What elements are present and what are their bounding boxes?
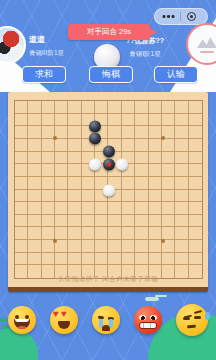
emote-smug-button[interactable] bbox=[176, 304, 208, 336]
emote-angry-button[interactable] bbox=[134, 306, 162, 334]
placeholder-caption-line bbox=[200, 51, 214, 53]
player-right-avatar[interactable] bbox=[186, 23, 216, 65]
turn-banner: 对手回合 29s bbox=[68, 24, 150, 40]
capsule-divider bbox=[180, 12, 181, 21]
star-point bbox=[53, 239, 57, 243]
star-point bbox=[161, 136, 165, 140]
turn-arrow-icon bbox=[150, 28, 157, 36]
gomoku-board[interactable]: 长按拖动棋子 回合内未落子算输 bbox=[8, 92, 208, 292]
emote-heart-eyes-button[interactable] bbox=[50, 306, 78, 334]
stone-black[interactable] bbox=[89, 120, 101, 132]
cry-mouth bbox=[102, 325, 110, 331]
player-left-name: 道道 bbox=[29, 34, 45, 45]
stone-black[interactable] bbox=[103, 146, 115, 158]
emote-laugh-button[interactable] bbox=[8, 306, 36, 334]
player-left-rank: 青铜III阶1星 bbox=[29, 49, 64, 58]
stone-white[interactable] bbox=[89, 158, 101, 170]
board-hint-text: 长按拖动棋子 回合内未落子算输 bbox=[8, 275, 208, 284]
emote-bar bbox=[8, 306, 208, 340]
smug-brow bbox=[194, 310, 202, 314]
stone-black[interactable] bbox=[103, 158, 115, 170]
smug-sweat-drop bbox=[205, 312, 210, 320]
home-circle-icon[interactable] bbox=[187, 12, 196, 21]
board-stones bbox=[14, 100, 203, 279]
last-move-marker bbox=[107, 162, 111, 166]
stone-white[interactable] bbox=[116, 158, 128, 170]
angry-teeth bbox=[139, 322, 157, 329]
player-left-avatar[interactable] bbox=[0, 26, 26, 64]
leaf-decoration bbox=[0, 318, 6, 322]
resign-button[interactable]: 认输 bbox=[154, 66, 198, 83]
stone-white[interactable] bbox=[103, 184, 115, 196]
smug-mouth bbox=[187, 325, 196, 328]
emote-cry-button[interactable] bbox=[92, 306, 120, 334]
image-placeholder-icon bbox=[197, 37, 216, 48]
star-point bbox=[53, 136, 57, 140]
smug-eyes bbox=[183, 317, 190, 320]
heart-mouth bbox=[58, 321, 70, 329]
draw-button[interactable]: 求和 bbox=[22, 66, 66, 83]
player-right-rank: 青铜I阶1星 bbox=[114, 50, 176, 59]
cloud-decoration bbox=[145, 297, 159, 301]
undo-button[interactable]: 悔棋 bbox=[89, 66, 133, 83]
star-point bbox=[161, 239, 165, 243]
miniprogram-capsule[interactable] bbox=[154, 8, 208, 25]
stone-black[interactable] bbox=[89, 133, 101, 145]
laugh-mouth bbox=[14, 319, 30, 329]
more-icon[interactable] bbox=[167, 15, 170, 18]
game-screen: 道道 青铜III阶1星 ??优雅苏?? 青铜I阶1星 对手回合 29s 求和 悔… bbox=[0, 0, 216, 360]
